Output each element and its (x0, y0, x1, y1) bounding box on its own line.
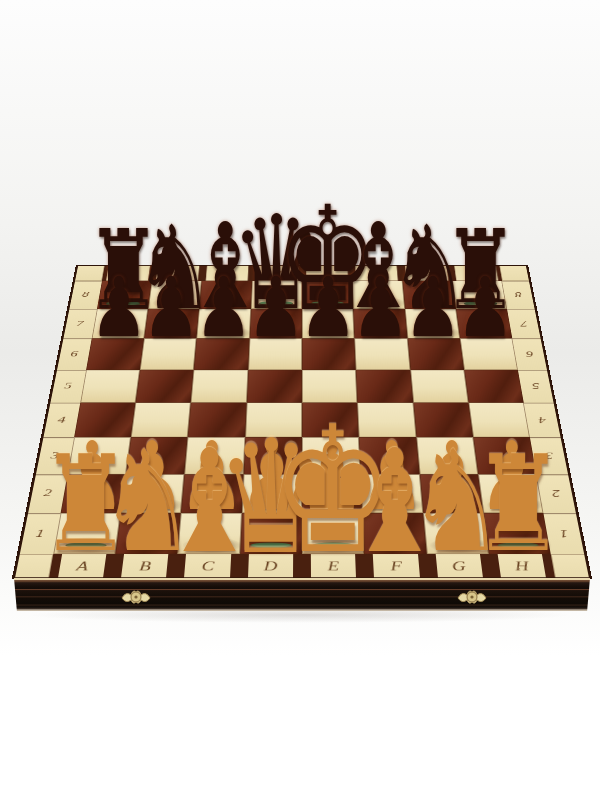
pawn-glyph: ♟ (247, 267, 305, 350)
piece-black-pawn-a7[interactable]: ♟ (90, 281, 148, 345)
piece-black-pawn-g7[interactable]: ♟ (404, 281, 462, 345)
rank-label-right-5: 5 (518, 370, 554, 403)
piece-white-rook-h1[interactable]: ♜ (472, 463, 565, 567)
piece-black-pawn-b7[interactable]: ♟ (142, 281, 200, 345)
brass-clasp-right (454, 587, 490, 607)
square-g5[interactable] (410, 370, 468, 403)
rank-label-text: 6 (525, 349, 534, 359)
square-a5[interactable] (80, 370, 140, 403)
pawn-glyph: ♟ (404, 267, 462, 350)
piece-black-pawn-h7[interactable]: ♟ (456, 281, 514, 345)
pawn-glyph: ♟ (456, 267, 514, 350)
brass-clasp-left (118, 587, 154, 607)
pawn-glyph: ♟ (299, 267, 357, 350)
piece-black-pawn-c7[interactable]: ♟ (195, 281, 253, 345)
pawn-glyph: ♟ (90, 267, 148, 350)
rank-label-text: 5 (63, 381, 72, 391)
rank-label-text: 7 (75, 319, 84, 328)
square-c5[interactable] (191, 370, 248, 403)
piece-black-pawn-e7[interactable]: ♟ (299, 281, 357, 345)
rank-label-right-6: 6 (512, 339, 547, 370)
pawn-glyph: ♟ (352, 267, 410, 350)
rank-label-text: 6 (70, 349, 79, 359)
piece-black-pawn-f7[interactable]: ♟ (352, 281, 410, 345)
pawn-glyph: ♟ (195, 267, 253, 350)
square-b5[interactable] (136, 370, 194, 403)
rank-label-text: 7 (520, 319, 529, 328)
rook-glyph: ♜ (472, 439, 565, 571)
photo-scene: ABCDEFGH8877665544332211ABCDEFGH ♜♞♝♛♚♝♞… (0, 0, 600, 800)
piece-black-pawn-d7[interactable]: ♟ (247, 281, 305, 345)
rank-label-text: 5 (531, 381, 540, 391)
square-h5[interactable] (464, 370, 524, 403)
pawn-glyph: ♟ (142, 267, 200, 350)
